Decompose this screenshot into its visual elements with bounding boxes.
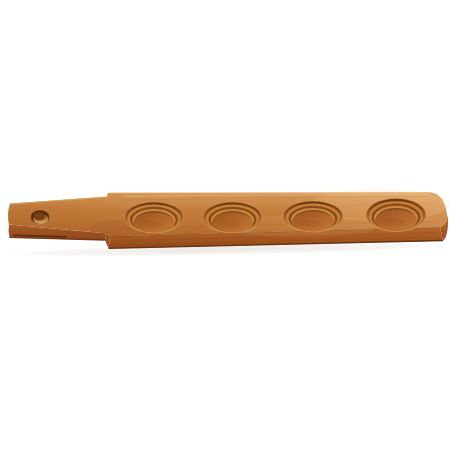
flight-paddle-photo: [0, 0, 450, 450]
well-3: [283, 201, 343, 232]
product-photo-stage: [0, 0, 450, 450]
well-floor-mottle: [218, 221, 242, 228]
well-floor-mottle: [298, 220, 322, 227]
hang-hole-bore: [34, 212, 45, 220]
well-floor-mottle: [139, 221, 163, 228]
well-2: [203, 202, 262, 233]
well-1: [125, 202, 184, 233]
hang-hole: [31, 210, 50, 224]
well-floor-mottle: [381, 219, 405, 226]
well-4: [366, 199, 426, 232]
